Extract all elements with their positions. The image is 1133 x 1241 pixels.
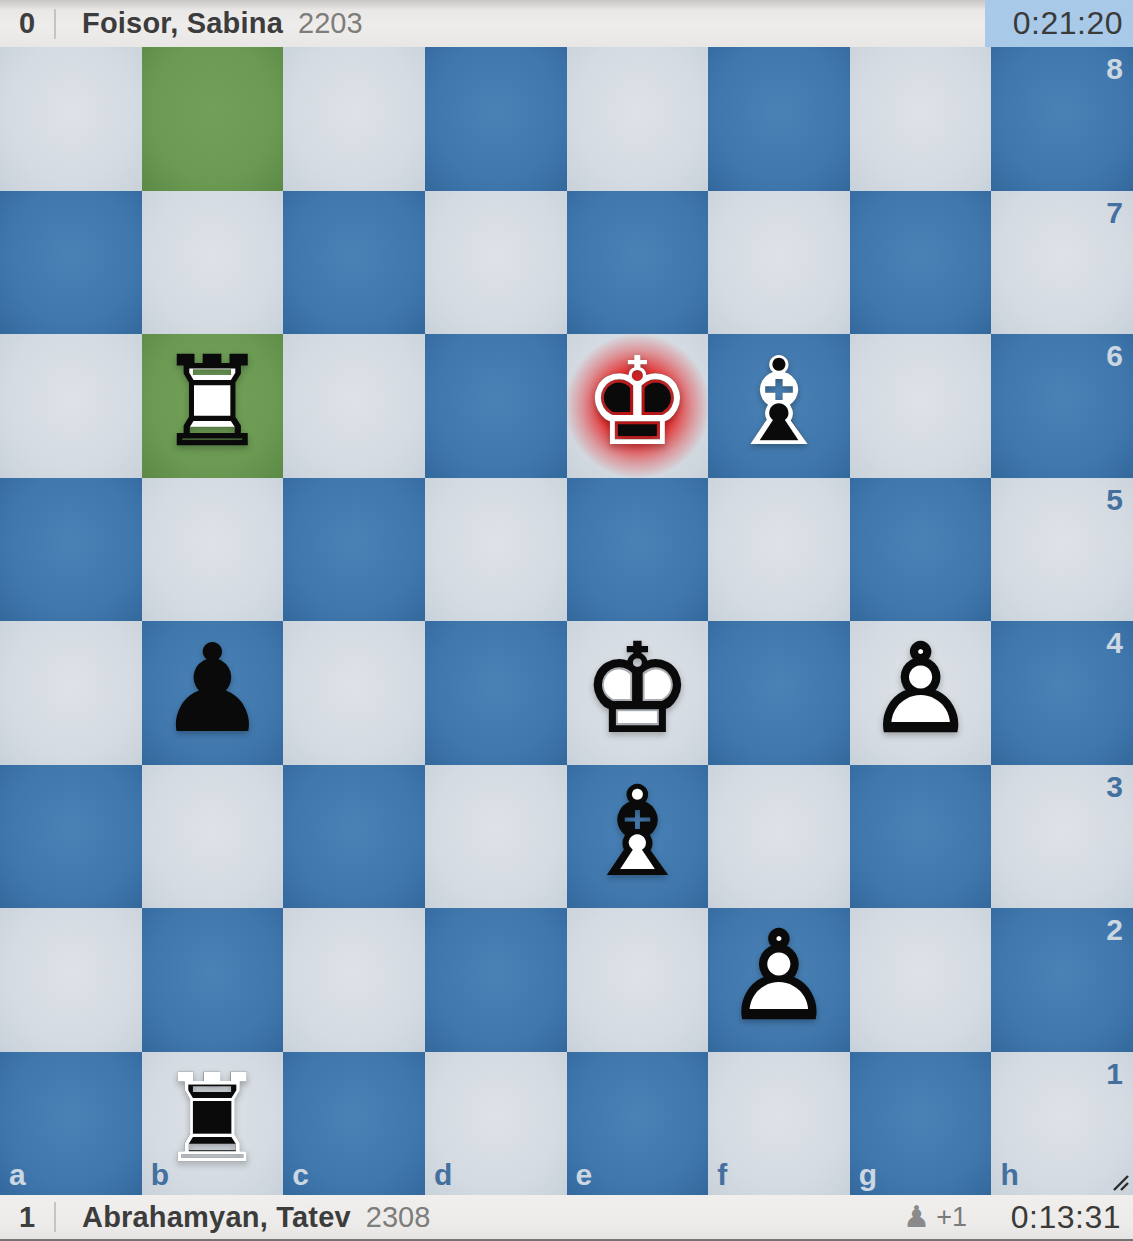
- bottom-player-clock: 0:13:31: [993, 1195, 1133, 1239]
- square-b5[interactable]: [142, 478, 284, 622]
- square-c7[interactable]: [283, 191, 425, 335]
- square-e3[interactable]: ♝♗: [567, 765, 709, 909]
- square-a7[interactable]: [0, 191, 142, 335]
- rank-label-5: 5: [1106, 485, 1123, 515]
- square-b6[interactable]: ♜♖: [142, 334, 284, 478]
- square-f4[interactable]: [708, 621, 850, 765]
- bottom-bar-divider: [54, 1202, 56, 1232]
- rank-label-6: 6: [1106, 341, 1123, 371]
- bottom-player-bar: 1 Abrahamyan, Tatev 2308 ♟ +1 0:13:31: [0, 1195, 1133, 1241]
- square-h7[interactable]: 7: [991, 191, 1133, 335]
- square-c4[interactable]: [283, 621, 425, 765]
- top-player-name: Foisor, Sabina: [82, 7, 283, 40]
- square-e7[interactable]: [567, 191, 709, 335]
- file-label-e: e: [576, 1160, 593, 1190]
- file-label-a: a: [9, 1160, 26, 1190]
- square-d1[interactable]: d: [425, 1052, 567, 1196]
- square-e1[interactable]: e: [567, 1052, 709, 1196]
- piece-white-pawn[interactable]: ♟♙: [708, 908, 850, 1052]
- square-b3[interactable]: [142, 765, 284, 909]
- square-d7[interactable]: [425, 191, 567, 335]
- square-a6[interactable]: [0, 334, 142, 478]
- square-b8[interactable]: [142, 47, 284, 191]
- rank-label-1: 1: [1106, 1059, 1123, 1089]
- pawn-icon: ♟: [903, 1202, 930, 1232]
- square-c3[interactable]: [283, 765, 425, 909]
- square-c2[interactable]: [283, 908, 425, 1052]
- rank-label-2: 2: [1106, 915, 1123, 945]
- piece-white-king[interactable]: ♚♔: [567, 621, 709, 765]
- square-d3[interactable]: [425, 765, 567, 909]
- square-d8[interactable]: [425, 47, 567, 191]
- square-a8[interactable]: [0, 47, 142, 191]
- piece-white-bishop[interactable]: ♝♗: [567, 765, 709, 909]
- square-g3[interactable]: [850, 765, 992, 909]
- square-a5[interactable]: [0, 478, 142, 622]
- resize-handle-icon[interactable]: [1106, 1168, 1130, 1192]
- square-e5[interactable]: [567, 478, 709, 622]
- bottom-player-score: 1: [0, 1201, 54, 1234]
- square-h1[interactable]: h1: [991, 1052, 1133, 1196]
- square-d5[interactable]: [425, 478, 567, 622]
- square-h5[interactable]: 5: [991, 478, 1133, 622]
- square-h4[interactable]: 4: [991, 621, 1133, 765]
- bottom-player-name: Abrahamyan, Tatev: [82, 1201, 351, 1234]
- square-e6[interactable]: ♚♔: [567, 334, 709, 478]
- square-g4[interactable]: ♟♙: [850, 621, 992, 765]
- piece-black-bishop[interactable]: ♝♗: [708, 334, 850, 478]
- square-h6[interactable]: 6: [991, 334, 1133, 478]
- chess-app: 0 Foisor, Sabina 2203 0:21:20 87♜♖♚♔♝♗65…: [0, 0, 1133, 1241]
- top-player-clock: 0:21:20: [985, 0, 1133, 47]
- square-h2[interactable]: 2: [991, 908, 1133, 1052]
- top-player-bar: 0 Foisor, Sabina 2203 0:21:20: [0, 0, 1133, 47]
- rank-label-8: 8: [1106, 54, 1123, 84]
- square-a4[interactable]: [0, 621, 142, 765]
- square-b7[interactable]: [142, 191, 284, 335]
- square-h3[interactable]: 3: [991, 765, 1133, 909]
- material-advantage-value: +1: [936, 1202, 967, 1233]
- square-f5[interactable]: [708, 478, 850, 622]
- square-c5[interactable]: [283, 478, 425, 622]
- rank-label-3: 3: [1106, 772, 1123, 802]
- square-f2[interactable]: ♟♙: [708, 908, 850, 1052]
- square-a1[interactable]: a: [0, 1052, 142, 1196]
- chess-board: 87♜♖♚♔♝♗65♟♚♔♟♙4♝♗3♟♙2a♜♖bcdefgh1: [0, 47, 1133, 1195]
- file-label-g: g: [859, 1160, 877, 1190]
- bottom-player-rating: 2308: [366, 1201, 431, 1234]
- square-e2[interactable]: [567, 908, 709, 1052]
- rank-label-7: 7: [1106, 198, 1123, 228]
- square-g6[interactable]: [850, 334, 992, 478]
- piece-white-pawn[interactable]: ♟♙: [850, 621, 992, 765]
- file-label-c: c: [292, 1160, 309, 1190]
- square-e4[interactable]: ♚♔: [567, 621, 709, 765]
- top-bar-divider: [54, 9, 56, 39]
- top-player-score: 0: [0, 7, 54, 40]
- square-b1[interactable]: ♜♖b: [142, 1052, 284, 1196]
- square-d6[interactable]: [425, 334, 567, 478]
- square-f1[interactable]: f: [708, 1052, 850, 1196]
- file-label-h: h: [1000, 1160, 1018, 1190]
- piece-black-pawn[interactable]: ♟: [142, 621, 284, 765]
- square-f8[interactable]: [708, 47, 850, 191]
- square-a3[interactable]: [0, 765, 142, 909]
- square-c6[interactable]: [283, 334, 425, 478]
- piece-black-king[interactable]: ♚♔: [567, 334, 709, 478]
- square-c1[interactable]: c: [283, 1052, 425, 1196]
- rank-label-4: 4: [1106, 628, 1123, 658]
- square-g8[interactable]: [850, 47, 992, 191]
- file-label-f: f: [717, 1160, 727, 1190]
- square-g2[interactable]: [850, 908, 992, 1052]
- square-g1[interactable]: g: [850, 1052, 992, 1196]
- square-f3[interactable]: [708, 765, 850, 909]
- square-b4[interactable]: ♟: [142, 621, 284, 765]
- square-e8[interactable]: [567, 47, 709, 191]
- top-player-rating: 2203: [298, 7, 363, 40]
- file-label-d: d: [434, 1160, 452, 1190]
- square-g7[interactable]: [850, 191, 992, 335]
- square-d2[interactable]: [425, 908, 567, 1052]
- piece-white-rook[interactable]: ♜♖: [142, 334, 284, 478]
- square-h8[interactable]: 8: [991, 47, 1133, 191]
- square-a2[interactable]: [0, 908, 142, 1052]
- square-f6[interactable]: ♝♗: [708, 334, 850, 478]
- square-g5[interactable]: [850, 478, 992, 622]
- square-b2[interactable]: [142, 908, 284, 1052]
- square-c8[interactable]: [283, 47, 425, 191]
- material-advantage: ♟ +1: [903, 1202, 967, 1233]
- piece-black-rook[interactable]: ♜♖: [142, 1052, 284, 1196]
- square-f7[interactable]: [708, 191, 850, 335]
- square-d4[interactable]: [425, 621, 567, 765]
